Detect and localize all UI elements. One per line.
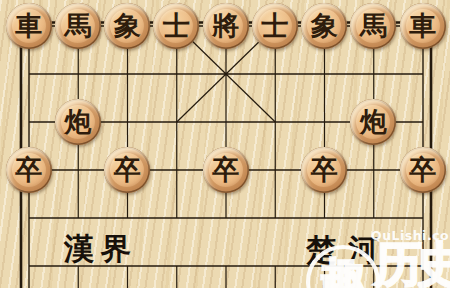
board-cell-r1c7[interactable]	[349, 50, 398, 98]
piece-soldier-r3c0[interactable]: 卒	[6, 147, 52, 193]
board-cell-r3c3[interactable]	[152, 146, 201, 194]
piece-elephant-r0c2[interactable]: 象	[104, 3, 150, 49]
piece-soldier-r3c2[interactable]: 卒	[104, 147, 150, 193]
board-cell-r4c8[interactable]	[398, 194, 447, 242]
board-cell-r3c8[interactable]: 卒	[398, 146, 447, 194]
piece-soldier-r3c4[interactable]: 卒	[203, 147, 249, 193]
board-cell-r0c7[interactable]: 馬	[349, 2, 398, 50]
board-cell-r1c4[interactable]	[201, 50, 250, 98]
board-cell-r2c5[interactable]	[250, 98, 299, 146]
board-cell-r0c8[interactable]: 車	[398, 2, 447, 50]
piece-general-r0c4[interactable]: 將	[203, 3, 249, 49]
board-cell-r0c1[interactable]: 馬	[53, 2, 102, 50]
piece-chariot-r0c8[interactable]: 車	[400, 3, 446, 49]
board-cell-r2c2[interactable]	[103, 98, 152, 146]
board-cell-r1c5[interactable]	[250, 50, 299, 98]
board-cell-r4c6[interactable]	[300, 194, 349, 242]
board-cell-r3c0[interactable]: 卒	[4, 146, 53, 194]
board-cell-r3c7[interactable]	[349, 146, 398, 194]
board-cell-r4c1[interactable]	[53, 194, 102, 242]
piece-elephant-r0c6[interactable]: 象	[301, 3, 347, 49]
board-cell-r0c5[interactable]: 士	[250, 2, 299, 50]
board-cell-r3c5[interactable]	[250, 146, 299, 194]
board-cell-r2c1[interactable]: 炮	[53, 98, 102, 146]
board-cell-r3c4[interactable]: 卒	[201, 146, 250, 194]
piece-soldier-r3c6[interactable]: 卒	[301, 147, 347, 193]
board-cell-r2c8[interactable]	[398, 98, 447, 146]
piece-horse-r0c1[interactable]: 馬	[55, 3, 101, 49]
board-cell-r0c3[interactable]: 士	[152, 2, 201, 50]
board-cell-r4c0[interactable]	[4, 194, 53, 242]
piece-chariot-r0c0[interactable]: 車	[6, 3, 52, 49]
board-cell-r3c1[interactable]	[53, 146, 102, 194]
pieces-grid: 車馬象士將士象馬車炮炮卒卒卒卒卒	[4, 2, 447, 242]
piece-cannon-r2c7[interactable]: 炮	[350, 99, 396, 145]
board-cell-r0c4[interactable]: 將	[201, 2, 250, 50]
board-cell-r2c3[interactable]	[152, 98, 201, 146]
board-cell-r0c2[interactable]: 象	[103, 2, 152, 50]
xiangqi-board: 漢界 楚河 車馬象士將士象馬車炮炮卒卒卒卒卒 QuLishi.com 趣 历史	[0, 0, 450, 288]
board-cell-r3c2[interactable]: 卒	[103, 146, 152, 194]
board-cell-r4c4[interactable]	[201, 194, 250, 242]
board-cell-r4c7[interactable]	[349, 194, 398, 242]
piece-horse-r0c7[interactable]: 馬	[350, 3, 396, 49]
board-cell-r4c5[interactable]	[250, 194, 299, 242]
board-cell-r2c6[interactable]	[300, 98, 349, 146]
board-cell-r4c2[interactable]	[103, 194, 152, 242]
board-cell-r1c1[interactable]	[53, 50, 102, 98]
board-cell-r2c4[interactable]	[201, 98, 250, 146]
board-cell-r2c0[interactable]	[4, 98, 53, 146]
piece-soldier-r3c8[interactable]: 卒	[400, 147, 446, 193]
board-cell-r4c3[interactable]	[152, 194, 201, 242]
board-cell-r0c6[interactable]: 象	[300, 2, 349, 50]
piece-cannon-r2c1[interactable]: 炮	[55, 99, 101, 145]
board-cell-r1c6[interactable]	[300, 50, 349, 98]
board-cell-r1c3[interactable]	[152, 50, 201, 98]
board-cell-r3c6[interactable]: 卒	[300, 146, 349, 194]
board-cell-r1c8[interactable]	[398, 50, 447, 98]
piece-advisor-r0c5[interactable]: 士	[252, 3, 298, 49]
board-cell-r1c0[interactable]	[4, 50, 53, 98]
board-cell-r2c7[interactable]: 炮	[349, 98, 398, 146]
board-cell-r1c2[interactable]	[103, 50, 152, 98]
piece-advisor-r0c3[interactable]: 士	[153, 3, 199, 49]
board-cell-r0c0[interactable]: 車	[4, 2, 53, 50]
